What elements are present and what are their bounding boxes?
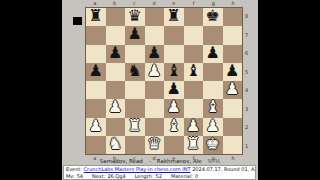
white-bishop-e2: ♝ xyxy=(167,118,181,134)
square-c2: ♜ xyxy=(125,118,145,136)
white-pawn-a2: ♟ xyxy=(89,118,103,134)
black-rook-a8: ♜ xyxy=(89,8,103,24)
square-f7 xyxy=(184,26,204,44)
file-label-a: a xyxy=(85,0,105,7)
square-d8 xyxy=(145,8,165,26)
black-pawn-e4: ♟ xyxy=(167,81,181,97)
square-h7 xyxy=(223,26,243,44)
square-e2: ♝ xyxy=(164,118,184,136)
black-bishop-e5: ♝ xyxy=(167,63,181,79)
file-label-h: h xyxy=(223,0,243,7)
file-label-e: e xyxy=(164,0,184,7)
white-pawn-e3: ♟ xyxy=(167,99,181,115)
black-pawn-h5: ♟ xyxy=(225,63,239,79)
square-h2 xyxy=(223,118,243,136)
square-c8: ♛ xyxy=(125,8,145,26)
rank-label-2: 2 xyxy=(244,118,252,137)
black-pawn-d6: ♟ xyxy=(147,45,161,61)
square-c6 xyxy=(125,45,145,63)
square-g2: ♟ xyxy=(203,118,223,136)
black-rook-e8: ♜ xyxy=(167,8,181,24)
stat-value: 54 xyxy=(77,173,83,179)
rank-label-6: 6 xyxy=(244,44,252,63)
stat-label: Mv: xyxy=(66,173,75,179)
white-knight-b1: ♞ xyxy=(108,136,122,152)
black-pawn-g6: ♟ xyxy=(206,45,220,61)
black-pawn-a5: ♟ xyxy=(89,63,103,79)
stat-material: Material:0 xyxy=(171,173,198,179)
file-label-d: d xyxy=(144,0,164,7)
video-frame: { "game": "chess", "position": { "fen": … xyxy=(0,0,320,180)
square-e3: ♟ xyxy=(164,99,184,117)
side-marker xyxy=(73,17,82,25)
square-c7: ♟ xyxy=(125,26,145,44)
square-h5: ♟ xyxy=(223,63,243,81)
square-b3: ♟ xyxy=(106,99,126,117)
square-c5: ♞ xyxy=(125,63,145,81)
rank-label-8: 8 xyxy=(244,7,252,26)
viewer-panel: abcdefgh ♜♛♜♚♟♟♟♟♟♞♟♝♝♟♟♟♟♟♝♟♜♝♟♟♞♛♜♚ 87… xyxy=(62,0,258,180)
square-g8: ♚ xyxy=(203,8,223,26)
square-e6 xyxy=(164,45,184,63)
square-d5: ♟ xyxy=(145,63,165,81)
square-d1: ♛ xyxy=(145,136,165,154)
black-king-g8: ♚ xyxy=(206,8,220,24)
square-e1 xyxy=(164,136,184,154)
stat-label: Next: xyxy=(92,173,105,179)
rank-label-4: 4 xyxy=(244,81,252,100)
square-g4 xyxy=(203,81,223,99)
rank-labels-right: 87654321 xyxy=(244,7,252,155)
black-player-name: Rakhmanov, Ale xyxy=(157,157,202,165)
stat-label: Material: xyxy=(171,173,193,179)
stats-line: Mv:54Next:26.Qg4Length:52Material:0 xyxy=(64,173,255,179)
square-g1: ♚ xyxy=(203,136,223,154)
square-b5 xyxy=(106,63,126,81)
stat-value: 52 xyxy=(156,173,162,179)
square-f8 xyxy=(184,8,204,26)
square-d2 xyxy=(145,118,165,136)
white-pawn-d5: ♟ xyxy=(147,63,161,79)
square-a2: ♟ xyxy=(86,118,106,136)
white-rook-f1: ♜ xyxy=(186,136,200,152)
square-b7 xyxy=(106,26,126,44)
square-h3 xyxy=(223,99,243,117)
square-a5: ♟ xyxy=(86,63,106,81)
game-result: ½-½ xyxy=(208,157,221,165)
square-e5: ♝ xyxy=(164,63,184,81)
square-f6 xyxy=(184,45,204,63)
square-b6: ♟ xyxy=(106,45,126,63)
rank-label-5: 5 xyxy=(244,63,252,82)
file-label-b: b xyxy=(105,0,125,7)
event-label: Event: xyxy=(66,166,82,172)
rank-label-7: 7 xyxy=(244,26,252,45)
square-h8 xyxy=(223,8,243,26)
chess-board: ♜♛♜♚♟♟♟♟♟♞♟♝♝♟♟♟♟♟♝♟♜♝♟♟♞♛♜♚ xyxy=(85,7,243,155)
square-a8: ♜ xyxy=(86,8,106,26)
rank-label-3: 3 xyxy=(244,100,252,119)
square-g5 xyxy=(203,63,223,81)
rank-label-1: 1 xyxy=(244,137,252,156)
stat-value: 0 xyxy=(195,173,198,179)
square-a3 xyxy=(86,99,106,117)
event-line: Event: CrunchLabs Masters Play-in chess.… xyxy=(64,166,255,173)
square-f5: ♝ xyxy=(184,63,204,81)
white-player-name: Samadov, Read xyxy=(100,157,143,165)
white-queen-d1: ♛ xyxy=(147,136,161,152)
stat-next: Next:26.Qg4 xyxy=(92,173,126,179)
file-labels-top: abcdefgh xyxy=(85,0,243,7)
square-g7 xyxy=(203,26,223,44)
file-label-f: f xyxy=(184,0,204,7)
letterbox-right xyxy=(258,0,320,180)
square-h4: ♟ xyxy=(223,81,243,99)
white-rook-c2: ♜ xyxy=(128,118,142,134)
square-f3 xyxy=(184,99,204,117)
black-bishop-f5: ♝ xyxy=(186,63,200,79)
white-pawn-b3: ♟ xyxy=(108,99,122,115)
square-a4 xyxy=(86,81,106,99)
file-label-c: c xyxy=(125,0,145,7)
players-separator: - xyxy=(149,157,151,165)
square-g3: ♝ xyxy=(203,99,223,117)
file-label-g: g xyxy=(204,0,224,7)
stat-value: 26.Qg4 xyxy=(107,173,125,179)
square-d3 xyxy=(145,99,165,117)
square-f2: ♟ xyxy=(184,118,204,136)
black-pawn-b6: ♟ xyxy=(108,45,122,61)
square-g6: ♟ xyxy=(203,45,223,63)
square-e4: ♟ xyxy=(164,81,184,99)
event-link[interactable]: CrunchLabs Masters Play-in chess.com INT xyxy=(84,166,191,172)
event-details: 2024.07.17, Round 01, A23 xyxy=(192,166,255,172)
square-f1: ♜ xyxy=(184,136,204,154)
stat-mv: Mv:54 xyxy=(66,173,83,179)
square-a7 xyxy=(86,26,106,44)
square-d4 xyxy=(145,81,165,99)
square-c4 xyxy=(125,81,145,99)
black-knight-c5: ♞ xyxy=(128,63,142,79)
square-h6 xyxy=(223,45,243,63)
square-b2 xyxy=(106,118,126,136)
square-h1 xyxy=(223,136,243,154)
square-d7 xyxy=(145,26,165,44)
square-e8: ♜ xyxy=(164,8,184,26)
square-a6 xyxy=(86,45,106,63)
black-queen-c8: ♛ xyxy=(128,8,142,24)
square-f4 xyxy=(184,81,204,99)
black-pawn-c7: ♟ xyxy=(128,26,142,42)
square-b1: ♞ xyxy=(106,136,126,154)
white-bishop-g3: ♝ xyxy=(206,99,220,115)
square-c1 xyxy=(125,136,145,154)
square-a1 xyxy=(86,136,106,154)
square-b4 xyxy=(106,81,126,99)
white-pawn-h4: ♟ xyxy=(225,81,239,97)
game-header: Samadov, Read - Rakhmanov, Ale ½-½ xyxy=(62,157,258,165)
square-b8 xyxy=(106,8,126,26)
square-d6: ♟ xyxy=(145,45,165,63)
square-c3 xyxy=(125,99,145,117)
stat-length: Length:52 xyxy=(135,173,162,179)
stat-label: Length: xyxy=(135,173,154,179)
white-pawn-g2: ♟ xyxy=(206,118,220,134)
white-king-g1: ♚ xyxy=(206,136,220,152)
letterbox-left xyxy=(0,0,62,180)
square-e7 xyxy=(164,26,184,44)
white-pawn-f2: ♟ xyxy=(186,118,200,134)
game-info-box: Event: CrunchLabs Masters Play-in chess.… xyxy=(63,165,256,180)
